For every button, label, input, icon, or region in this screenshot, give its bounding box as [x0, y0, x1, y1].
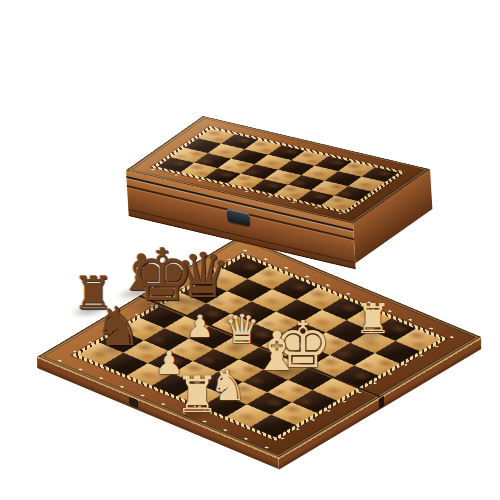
piece-light-pawn: ♟ [186, 311, 214, 342]
piece-light-rook: ♜ [175, 370, 220, 420]
piece-light-bishop: ♝ [253, 325, 301, 379]
chess-set-product-photo: ♝♛♚♜♜♟♛♞♚♝♟♞♜ [0, 0, 500, 500]
chess-pieces-layer: ♝♛♚♜♜♟♛♞♚♝♟♞♜ [0, 0, 500, 500]
piece-dark-knight: ♞ [94, 300, 142, 354]
piece-light-rook: ♜ [355, 299, 392, 340]
